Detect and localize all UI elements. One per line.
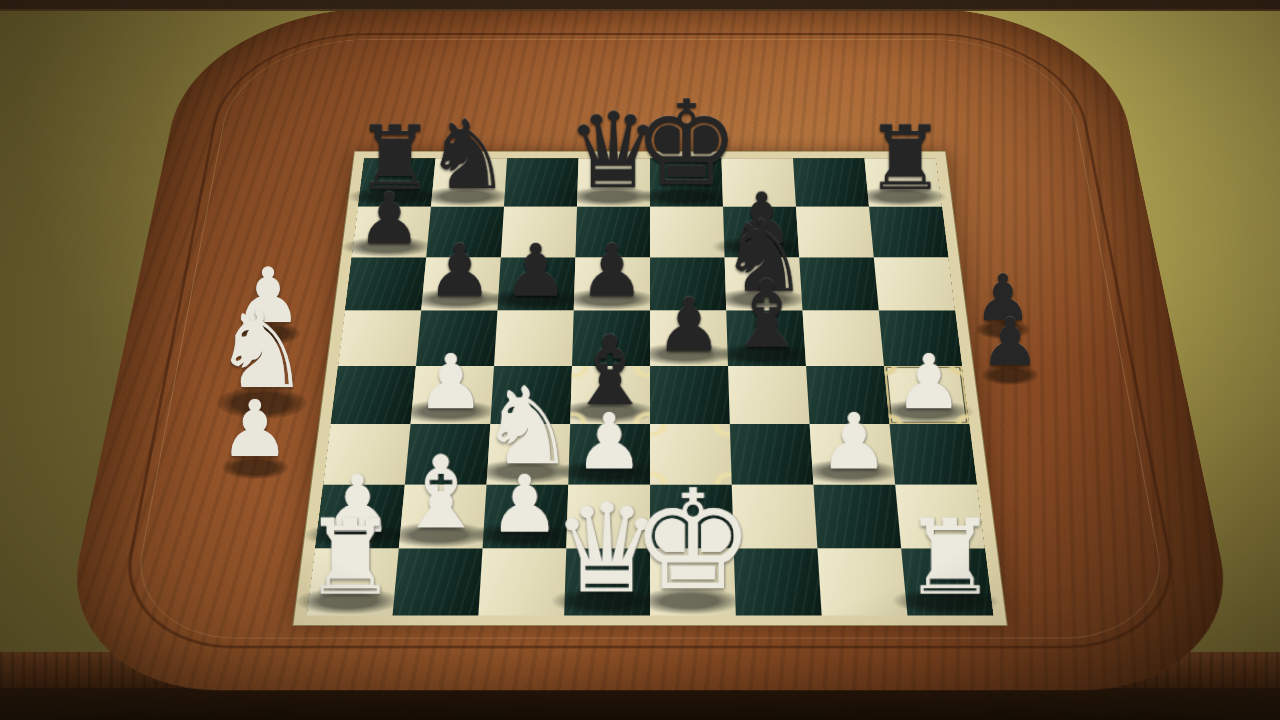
square-a1[interactable]: ♜ [307, 549, 399, 616]
room-top-edge [0, 0, 1280, 11]
white-bishop-b2[interactable]: ♝ [396, 443, 486, 544]
white-pawn-c2[interactable]: ♟ [489, 464, 560, 543]
square-b2[interactable]: ♝ [399, 485, 487, 549]
square-h3[interactable] [889, 424, 976, 485]
square-g1[interactable] [817, 549, 907, 616]
square-h1[interactable]: ♜ [901, 549, 993, 616]
square-h4[interactable]: ♟ [884, 366, 969, 424]
white-pawn-h4[interactable]: ♟ [895, 344, 963, 420]
square-g3[interactable]: ♟ [810, 424, 896, 485]
table-plane: ♜♞♛♚♜♟♟♟♟♟♞♟♝♟♝♟♞♟♟♟♝♟♜♛♚♜ [293, 152, 1006, 626]
square-g2[interactable] [813, 485, 901, 549]
white-pawn-b4[interactable]: ♟ [417, 344, 485, 420]
captured-white-pawn-left-tray: ♟ [216, 390, 294, 468]
captured-black-pawn-right-tray: ♟ [977, 310, 1043, 376]
square-e1[interactable]: ♚ [650, 549, 736, 616]
white-rook-a1[interactable]: ♜ [303, 506, 397, 610]
white-rook-h1[interactable]: ♜ [903, 506, 997, 610]
white-king-e1[interactable]: ♚ [631, 472, 755, 610]
floor [0, 688, 1280, 720]
square-b1[interactable] [393, 549, 483, 616]
chess-scene: ♜♞♛♚♜♟♟♟♟♟♞♟♝♟♝♟♞♟♟♟♝♟♜♛♚♜ [327, 43, 973, 689]
white-pawn-g3[interactable]: ♟ [819, 403, 888, 480]
